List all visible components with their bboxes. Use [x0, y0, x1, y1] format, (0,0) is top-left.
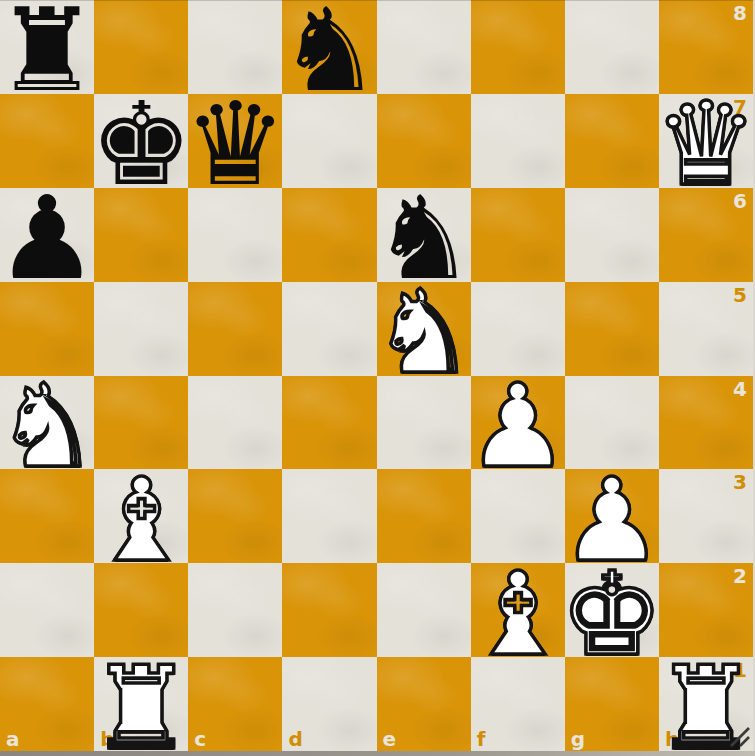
- square-g2[interactable]: ♚: [565, 563, 659, 657]
- square-h7[interactable]: 7♛: [659, 94, 753, 188]
- square-f6[interactable]: [471, 188, 565, 282]
- square-c1[interactable]: c: [188, 657, 282, 751]
- file-label-g: g: [571, 729, 585, 749]
- square-b5[interactable]: [94, 282, 188, 376]
- piece-black-rook-a8[interactable]: ♜: [0, 4, 94, 98]
- piece-white-knight-e5[interactable]: ♞: [377, 286, 471, 380]
- piece-white-knight-a4[interactable]: ♞: [0, 380, 94, 474]
- square-b1[interactable]: b♜: [94, 657, 188, 751]
- square-a4[interactable]: ♞: [0, 376, 94, 470]
- square-e3[interactable]: [377, 469, 471, 563]
- square-f4[interactable]: ♟: [471, 376, 565, 470]
- square-b3[interactable]: ♝: [94, 469, 188, 563]
- square-g6[interactable]: [565, 188, 659, 282]
- piece-white-pawn-f4[interactable]: ♟: [471, 380, 565, 474]
- square-d5[interactable]: [282, 282, 376, 376]
- piece-white-queen-h7[interactable]: ♛: [659, 98, 753, 192]
- file-label-a: a: [6, 729, 20, 749]
- rank-label-4: 4: [733, 379, 747, 399]
- square-d4[interactable]: [282, 376, 376, 470]
- board-grid: ♜♞8♚♛7♛♟♞6♞5♞♟4♝♟3♝♚2ab♜cdefgh1♜: [0, 0, 753, 751]
- square-c4[interactable]: [188, 376, 282, 470]
- board-resize-handle-icon[interactable]: [728, 725, 752, 749]
- square-f8[interactable]: [471, 0, 565, 94]
- square-a1[interactable]: a: [0, 657, 94, 751]
- square-c5[interactable]: [188, 282, 282, 376]
- square-e1[interactable]: e: [377, 657, 471, 751]
- square-f7[interactable]: [471, 94, 565, 188]
- rank-label-5: 5: [733, 285, 747, 305]
- square-h3[interactable]: 3: [659, 469, 753, 563]
- square-e5[interactable]: ♞: [377, 282, 471, 376]
- piece-white-king-g2[interactable]: ♚: [565, 567, 659, 661]
- file-label-d: d: [288, 729, 302, 749]
- square-f2[interactable]: ♝: [471, 563, 565, 657]
- piece-white-rook-b1[interactable]: ♜: [94, 661, 188, 755]
- piece-black-knight-d8[interactable]: ♞: [282, 4, 376, 98]
- square-d8[interactable]: ♞: [282, 0, 376, 94]
- square-e8[interactable]: [377, 0, 471, 94]
- piece-black-king-b7[interactable]: ♚: [94, 98, 188, 192]
- piece-white-bishop-f2[interactable]: ♝: [471, 567, 565, 661]
- square-g7[interactable]: [565, 94, 659, 188]
- square-d6[interactable]: [282, 188, 376, 282]
- square-g5[interactable]: [565, 282, 659, 376]
- square-e2[interactable]: [377, 563, 471, 657]
- file-label-e: e: [383, 729, 397, 749]
- square-c3[interactable]: [188, 469, 282, 563]
- piece-black-queen-c7[interactable]: ♛: [188, 98, 282, 192]
- square-a2[interactable]: [0, 563, 94, 657]
- square-a6[interactable]: ♟: [0, 188, 94, 282]
- square-c7[interactable]: ♛: [188, 94, 282, 188]
- square-h5[interactable]: 5: [659, 282, 753, 376]
- square-d2[interactable]: [282, 563, 376, 657]
- rank-label-2: 2: [733, 566, 747, 586]
- square-d3[interactable]: [282, 469, 376, 563]
- square-b7[interactable]: ♚: [94, 94, 188, 188]
- square-h4[interactable]: 4: [659, 376, 753, 470]
- chess-board: ♜♞8♚♛7♛♟♞6♞5♞♟4♝♟3♝♚2ab♜cdefgh1♜: [0, 0, 755, 756]
- square-g8[interactable]: [565, 0, 659, 94]
- square-c2[interactable]: [188, 563, 282, 657]
- piece-white-bishop-b3[interactable]: ♝: [94, 473, 188, 567]
- file-label-f: f: [477, 729, 486, 749]
- file-label-c: c: [194, 729, 206, 749]
- rank-label-8: 8: [733, 3, 747, 23]
- rank-label-3: 3: [733, 472, 747, 492]
- piece-black-pawn-a6[interactable]: ♟: [0, 192, 94, 286]
- square-d1[interactable]: d: [282, 657, 376, 751]
- square-a8[interactable]: ♜: [0, 0, 94, 94]
